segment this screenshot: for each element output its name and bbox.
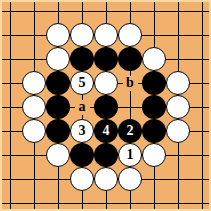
- move-number-label: 3: [79, 124, 86, 138]
- move-number-label: 2: [127, 124, 134, 138]
- board-intersection-r8c2: [46, 191, 70, 209]
- board-intersection-r3c7: [166, 71, 190, 95]
- board-grid: 5ba3421: [2, 2, 209, 209]
- board-intersection-r7c4: [94, 167, 118, 191]
- white-stone: [94, 71, 118, 95]
- board-intersection-r7c7: [166, 167, 190, 191]
- go-board-diagram: 5ba3421: [0, 0, 211, 211]
- black-stone: [142, 119, 166, 143]
- white-stone-move-1: 1: [118, 143, 142, 167]
- board-intersection-r2c5: [118, 47, 142, 71]
- white-stone-move-5: 5: [70, 71, 94, 95]
- white-stone: [166, 95, 190, 119]
- board-intersection-r4c8: [190, 95, 209, 119]
- board-intersection-r8c3: [70, 191, 94, 209]
- board-intersection-r2c0: [2, 47, 22, 71]
- board-intersection-r8c4: [94, 191, 118, 209]
- white-stone: [166, 119, 190, 143]
- point-label-a: a: [75, 100, 90, 115]
- board-intersection-r1c5: [118, 23, 142, 47]
- white-stone: [94, 23, 118, 47]
- white-stone: [22, 95, 46, 119]
- board-intersection-r5c2: [46, 119, 70, 143]
- black-stone-move-2: 2: [118, 119, 142, 143]
- black-stone: [94, 95, 118, 119]
- board-intersection-r8c7: [166, 191, 190, 209]
- board-intersection-r7c3: [70, 167, 94, 191]
- board-intersection-r5c7: [166, 119, 190, 143]
- white-stone: [46, 23, 70, 47]
- board-intersection-r4c1: [22, 95, 46, 119]
- white-stone: [166, 71, 190, 95]
- board-intersection-r1c3: [70, 23, 94, 47]
- board-intersection-r8c5: [118, 191, 142, 209]
- board-intersection-r5c5: 2: [118, 119, 142, 143]
- board-intersection-r0c0: [2, 2, 22, 23]
- board-intersection-r4c2: [46, 95, 70, 119]
- board-intersection-r7c5: [118, 167, 142, 191]
- board-intersection-r6c2: [46, 143, 70, 167]
- point-label-b: b: [123, 76, 138, 91]
- board-intersection-r3c1: [22, 71, 46, 95]
- board-intersection-r4c0: [2, 95, 22, 119]
- board-intersection-r1c7: [166, 23, 190, 47]
- white-stone: [70, 23, 94, 47]
- board-intersection-r7c1: [22, 167, 46, 191]
- white-stone: [94, 167, 118, 191]
- black-stone: [70, 47, 94, 71]
- board-intersection-r3c0: [2, 71, 22, 95]
- white-stone: [142, 143, 166, 167]
- white-stone: [46, 143, 70, 167]
- white-stone: [118, 167, 142, 191]
- board-intersection-r1c2: [46, 23, 70, 47]
- board-intersection-r8c8: [190, 191, 209, 209]
- board-intersection-r6c0: [2, 143, 22, 167]
- board-intersection-r5c1: [22, 119, 46, 143]
- board-intersection-r8c1: [22, 191, 46, 209]
- board-intersection-r1c0: [2, 23, 22, 47]
- board-intersection-r5c8: [190, 119, 209, 143]
- board-intersection-r6c1: [22, 143, 46, 167]
- board-intersection-r6c5: 1: [118, 143, 142, 167]
- white-stone: [46, 47, 70, 71]
- board-intersection-r2c7: [166, 47, 190, 71]
- board-intersection-r2c1: [22, 47, 46, 71]
- board-intersection-r4c5: [118, 95, 142, 119]
- board-intersection-r7c8: [190, 167, 209, 191]
- white-stone: [70, 167, 94, 191]
- board-intersection-r1c4: [94, 23, 118, 47]
- board-intersection-r6c8: [190, 143, 209, 167]
- black-stone-move-4: 4: [94, 119, 118, 143]
- board-intersection-r7c6: [142, 167, 166, 191]
- board-intersection-r5c4: 4: [94, 119, 118, 143]
- black-stone: [46, 71, 70, 95]
- board-intersection-r2c3: [70, 47, 94, 71]
- black-stone: [46, 95, 70, 119]
- board-intersection-r4c6: [142, 95, 166, 119]
- board-intersection-r7c0: [2, 167, 22, 191]
- board-intersection-r2c8: [190, 47, 209, 71]
- black-stone: [46, 119, 70, 143]
- board-intersection-r7c2: [46, 167, 70, 191]
- move-number-label: 4: [103, 124, 110, 138]
- board-intersection-r0c3: [70, 2, 94, 23]
- board-intersection-r3c5: b: [118, 71, 142, 95]
- board-intersection-r0c5: [118, 2, 142, 23]
- board-intersection-r0c7: [166, 2, 190, 23]
- board-intersection-r0c6: [142, 2, 166, 23]
- black-stone: [70, 143, 94, 167]
- white-stone-move-3: 3: [70, 119, 94, 143]
- board-intersection-r1c1: [22, 23, 46, 47]
- black-stone: [94, 47, 118, 71]
- board-intersection-r0c1: [22, 2, 46, 23]
- white-stone: [22, 71, 46, 95]
- move-number-label: 5: [79, 76, 86, 90]
- board-intersection-r6c6: [142, 143, 166, 167]
- board-intersection-r5c0: [2, 119, 22, 143]
- board-intersection-r3c8: [190, 71, 209, 95]
- board-intersection-r3c6: [142, 71, 166, 95]
- board-intersection-r8c6: [142, 191, 166, 209]
- board-intersection-r4c3: a: [70, 95, 94, 119]
- board-intersection-r3c3: 5: [70, 71, 94, 95]
- white-stone: [118, 23, 142, 47]
- board-intersection-r6c3: [70, 143, 94, 167]
- black-stone: [94, 143, 118, 167]
- white-stone: [142, 47, 166, 71]
- white-stone: [22, 119, 46, 143]
- board-intersection-r3c2: [46, 71, 70, 95]
- board-intersection-r0c4: [94, 2, 118, 23]
- black-stone: [118, 47, 142, 71]
- board-intersection-r2c6: [142, 47, 166, 71]
- board-intersection-r6c4: [94, 143, 118, 167]
- board-intersection-r5c3: 3: [70, 119, 94, 143]
- board-intersection-r4c4: [94, 95, 118, 119]
- board-intersection-r0c8: [190, 2, 209, 23]
- board-intersection-r8c0: [2, 191, 22, 209]
- black-stone: [142, 71, 166, 95]
- board-intersection-r1c8: [190, 23, 209, 47]
- board-intersection-r2c2: [46, 47, 70, 71]
- black-stone: [142, 95, 166, 119]
- board-intersection-r3c4: [94, 71, 118, 95]
- board-intersection-r6c7: [166, 143, 190, 167]
- board-intersection-r1c6: [142, 23, 166, 47]
- board-intersection-r2c4: [94, 47, 118, 71]
- board-intersection-r0c2: [46, 2, 70, 23]
- goban: 5ba3421: [2, 2, 209, 209]
- board-intersection-r4c7: [166, 95, 190, 119]
- move-number-label: 1: [127, 148, 134, 162]
- board-intersection-r5c6: [142, 119, 166, 143]
